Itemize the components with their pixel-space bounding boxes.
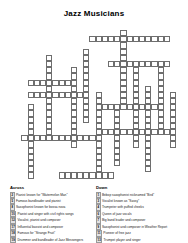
grid-cell[interactable] — [120, 55, 126, 61]
grid-cell[interactable] — [71, 73, 77, 79]
grid-cell[interactable] — [120, 98, 126, 104]
clue-text: Vocalist known as "Sassy" — [102, 199, 139, 203]
clue-text: Famous bandleader and pianist — [16, 199, 61, 203]
clue-text: Saxophonist and composer in Weather Repo… — [102, 225, 167, 229]
clue-number: 19 — [10, 237, 16, 243]
clue-text: Influential bassist and composer — [18, 225, 64, 229]
clue-text: Vocalist, pianist and composer — [18, 218, 61, 222]
grid-cell[interactable] — [83, 86, 89, 92]
down-clue-list: 1Bebop saxophonist nicknamed "Bird"3Voca… — [96, 192, 186, 243]
grid-cell[interactable] — [28, 129, 34, 135]
grid-cell[interactable] — [133, 123, 139, 129]
grid-cell[interactable] — [46, 86, 52, 92]
clue-text: Trumpet player and singer — [104, 238, 141, 242]
grid-cell[interactable] — [158, 98, 164, 104]
grid-cell[interactable] — [46, 129, 52, 135]
across-header: Across — [10, 185, 94, 190]
clue-item: 19Drummer and bandleader of Jazz Messeng… — [10, 237, 94, 243]
grid-cell[interactable] — [96, 166, 102, 172]
grid-cell[interactable] — [164, 61, 170, 67]
grid-cell[interactable] — [46, 73, 52, 79]
grid-cell[interactable] — [133, 141, 139, 147]
down-header: Down — [96, 185, 186, 190]
grid-cell[interactable] — [71, 86, 77, 92]
grid-cell[interactable] — [71, 141, 77, 147]
grid-cell[interactable] — [108, 172, 114, 178]
clue-text: Big band leader and composer — [102, 218, 145, 222]
grid-cell[interactable] — [145, 98, 151, 104]
clue-text: Queen of jazz vocals — [102, 212, 132, 216]
clue-number: 13 — [96, 237, 102, 243]
clue-text: Saxophonist known for bossa nova — [16, 205, 65, 209]
crossword-grid — [9, 30, 182, 179]
clue-text: Drummer and bandleader of Jazz Messenger… — [18, 238, 84, 242]
clue-text: Famous for "Strange Fruit" — [18, 231, 56, 235]
grid-cell[interactable] — [83, 117, 89, 123]
clue-text: Pioneer of free jazz — [103, 231, 130, 235]
clue-item: 13Trumpet player and singer — [96, 237, 186, 243]
grid-cell[interactable] — [164, 36, 170, 42]
across-clues-section: Across 2Pianist known for "Watermelon Ma… — [10, 185, 94, 243]
clue-text: Pianist and singer with civil rights son… — [18, 212, 74, 216]
clue-text: Pianist known for "Watermelon Man" — [16, 193, 68, 197]
grid-cell[interactable] — [170, 141, 176, 147]
grid-cell[interactable] — [120, 30, 126, 36]
grid-cell[interactable] — [158, 123, 164, 129]
grid-cell[interactable] — [96, 98, 102, 104]
grid-cell[interactable] — [28, 172, 34, 178]
grid-cell[interactable] — [114, 123, 120, 129]
grid-cell[interactable] — [145, 123, 151, 129]
clue-text: Bebop saxophonist nicknamed "Bird" — [102, 193, 154, 197]
grid-cell[interactable] — [170, 123, 176, 129]
down-clues-section: Down 1Bebop saxophonist nicknamed "Bird"… — [96, 185, 186, 243]
across-clue-list: 2Pianist known for "Watermelon Man"5Famo… — [10, 192, 94, 243]
page-title: Jazz Musicians — [0, 9, 188, 18]
grid-cell[interactable] — [133, 98, 139, 104]
clue-text: Trumpeter with puffed cheeks — [102, 205, 144, 209]
grid-cell[interactable] — [114, 160, 120, 166]
grid-cell[interactable] — [96, 123, 102, 129]
grid-cell[interactable] — [71, 129, 77, 135]
grid-cell[interactable] — [145, 166, 151, 172]
